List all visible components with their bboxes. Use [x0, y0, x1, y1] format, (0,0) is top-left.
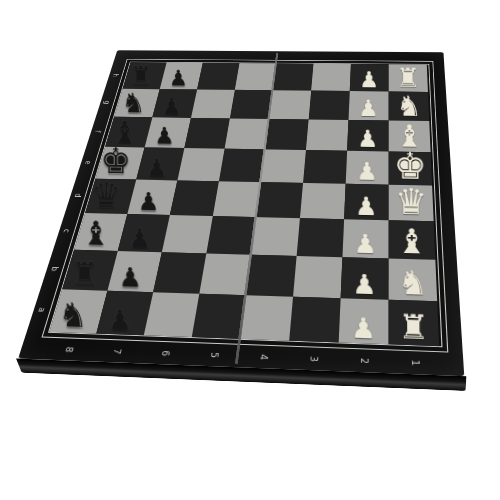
square-a5	[192, 294, 246, 339]
square-d1: ♛	[389, 185, 434, 222]
white-pawn: ♟	[342, 230, 388, 257]
square-g3	[309, 91, 350, 120]
square-g2: ♟	[348, 91, 388, 120]
square-b4	[246, 255, 297, 297]
square-a7: ♟	[96, 291, 153, 336]
square-d5	[213, 181, 261, 217]
file-label-h: h	[96, 72, 134, 79]
square-e6	[177, 148, 224, 181]
black-pawn: ♟	[136, 155, 177, 179]
square-g7: ♟	[152, 89, 197, 118]
black-pawn: ♟	[145, 124, 185, 148]
square-h5	[235, 63, 277, 90]
white-bishop: ♝	[388, 223, 435, 258]
square-e3	[303, 150, 347, 184]
black-pawn: ♟	[127, 189, 170, 214]
square-f5	[225, 118, 270, 149]
white-pawn: ♟	[340, 270, 388, 299]
square-b5	[199, 253, 251, 295]
white-pawn: ♟	[348, 97, 388, 120]
square-c6	[162, 215, 213, 253]
square-h4	[273, 63, 314, 90]
square-e7: ♟	[136, 147, 184, 180]
chess-board: ♜♟♟♜♞♟♟♞♝♟♟♝♚♟♟♚♛♟♟♛♝♟♟♝♜♟♟♞♞♟♟♜ 8765432…	[18, 50, 464, 376]
white-rook: ♜	[388, 65, 427, 92]
square-b2: ♟	[341, 257, 389, 300]
white-pawn: ♟	[347, 127, 389, 151]
black-pawn: ♟	[118, 225, 162, 252]
square-h2: ♟	[350, 64, 389, 92]
square-b1: ♞	[389, 258, 438, 301]
square-f1: ♝	[389, 120, 431, 152]
square-a4	[240, 295, 293, 341]
square-g4	[269, 90, 311, 119]
file-label-c: c	[44, 225, 90, 236]
white-pawn: ♟	[344, 193, 389, 219]
square-d6	[170, 180, 219, 216]
square-b6	[153, 252, 206, 293]
white-bishop: ♝	[388, 120, 430, 151]
square-f2: ♟	[347, 120, 389, 152]
square-a1: ♜	[389, 300, 440, 346]
square-c7: ♟	[118, 214, 170, 252]
black-pawn: ♟	[160, 67, 198, 89]
black-pawn: ♟	[152, 95, 191, 118]
square-e4	[261, 149, 306, 182]
file-label-b: b	[31, 263, 78, 275]
square-f7: ♟	[145, 117, 191, 148]
square-f4	[265, 119, 309, 150]
square-a6	[144, 292, 200, 337]
square-h3	[311, 64, 351, 91]
file-label-f: f	[77, 127, 118, 135]
square-e5	[219, 149, 265, 182]
white-king: ♚	[388, 147, 432, 184]
file-label-d: d	[56, 190, 100, 200]
square-g6	[191, 90, 235, 119]
file-label-g: g	[87, 99, 127, 107]
square-d3	[300, 183, 346, 219]
square-b3	[293, 256, 342, 298]
square-a2: ♟	[339, 298, 389, 344]
white-pawn: ♟	[350, 69, 389, 91]
board-frame: ♜♟♟♜♞♟♟♞♝♟♟♝♚♟♟♚♛♟♟♛♝♟♟♝♜♟♟♞♞♟♟♜ 8765432…	[18, 50, 464, 376]
square-c2: ♟	[342, 219, 388, 258]
black-pawn: ♟	[96, 305, 144, 334]
square-g5	[230, 90, 273, 119]
white-pawn: ♟	[345, 159, 388, 184]
white-queen: ♛	[388, 184, 433, 221]
white-knight: ♞	[388, 265, 437, 300]
white-knight: ♞	[388, 92, 429, 120]
product-photo: ♜♟♟♜♞♟♟♞♝♟♟♝♚♟♟♚♛♟♟♛♝♟♟♝♜♟♟♞♞♟♟♜ 8765432…	[0, 0, 500, 500]
square-c1: ♝	[389, 220, 436, 260]
square-h1: ♜	[389, 64, 428, 92]
white-rook: ♜	[388, 310, 439, 346]
square-c3	[297, 218, 344, 257]
square-f3	[306, 119, 349, 150]
square-h6	[197, 63, 239, 90]
file-label-e: e	[67, 158, 109, 167]
square-e2: ♟	[346, 151, 389, 185]
square-c5	[206, 216, 256, 255]
square-d2: ♟	[344, 184, 389, 220]
square-g1: ♞	[389, 91, 430, 121]
square-h7: ♟	[160, 63, 203, 90]
square-a3	[289, 297, 340, 343]
square-d4	[256, 182, 303, 218]
square-c4	[251, 217, 300, 256]
white-pawn: ♟	[338, 313, 388, 343]
square-f6	[184, 118, 229, 149]
square-e1: ♚	[389, 151, 432, 185]
black-pawn: ♟	[107, 263, 153, 291]
black-knight: ♞	[49, 297, 96, 332]
